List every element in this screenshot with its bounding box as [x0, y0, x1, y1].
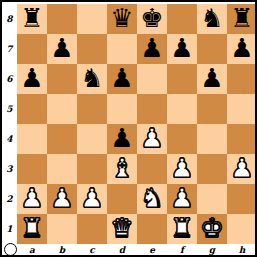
square-e3[interactable] — [137, 154, 167, 184]
square-e6[interactable] — [137, 64, 167, 94]
square-b6[interactable] — [47, 64, 77, 94]
square-f5[interactable] — [167, 94, 197, 124]
file-label-e: e — [137, 244, 167, 257]
piece-black-pawn[interactable]: ♟ — [50, 35, 73, 61]
piece-black-knight[interactable]: ♞ — [80, 65, 103, 91]
square-h6[interactable] — [227, 64, 257, 94]
square-d8[interactable]: ♛ — [107, 4, 137, 34]
square-g8[interactable]: ♞ — [197, 4, 227, 34]
rank-label-8: 8 — [2, 4, 17, 34]
piece-black-king[interactable]: ♚ — [140, 5, 163, 31]
square-c8[interactable] — [77, 4, 107, 34]
square-g4[interactable] — [197, 124, 227, 154]
piece-black-knight[interactable]: ♞ — [200, 5, 223, 31]
square-d6[interactable]: ♟ — [107, 64, 137, 94]
square-e2[interactable]: ♞ — [137, 184, 167, 214]
square-f3[interactable]: ♟ — [167, 154, 197, 184]
square-b3[interactable] — [47, 154, 77, 184]
square-c2[interactable]: ♟ — [77, 184, 107, 214]
side-to-move-indicator — [4, 243, 17, 256]
square-a7[interactable] — [17, 34, 47, 64]
piece-black-rook[interactable]: ♜ — [20, 5, 43, 31]
square-h4[interactable] — [227, 124, 257, 154]
square-b2[interactable]: ♟ — [47, 184, 77, 214]
rank-label-7: 7 — [2, 34, 17, 64]
piece-black-pawn[interactable]: ♟ — [110, 125, 133, 151]
piece-white-pawn[interactable]: ♟ — [20, 185, 43, 211]
file-label-g: g — [197, 244, 227, 257]
square-g7[interactable] — [197, 34, 227, 64]
file-label-h: h — [227, 244, 257, 257]
square-d3[interactable]: ♝ — [107, 154, 137, 184]
chess-board: ♜♛♚♞♜♟♟♟♟♟♞♟♟♟♟♝♟♟♟♟♟♞♟♜♛♜♚ — [17, 4, 257, 244]
chess-diagram: 87654321 ♜♛♚♞♜♟♟♟♟♟♞♟♟♟♟♝♟♟♟♟♟♞♟♜♛♜♚ abc… — [0, 0, 257, 257]
square-d4[interactable]: ♟ — [107, 124, 137, 154]
square-e7[interactable]: ♟ — [137, 34, 167, 64]
piece-black-pawn[interactable]: ♟ — [230, 35, 253, 61]
file-label-b: b — [47, 244, 77, 257]
square-c7[interactable] — [77, 34, 107, 64]
file-labels: abcdefgh — [17, 244, 257, 257]
piece-white-king[interactable]: ♚ — [200, 215, 223, 241]
square-e8[interactable]: ♚ — [137, 4, 167, 34]
square-d7[interactable] — [107, 34, 137, 64]
square-a1[interactable]: ♜ — [17, 214, 47, 244]
square-a3[interactable] — [17, 154, 47, 184]
square-h8[interactable]: ♜ — [227, 4, 257, 34]
piece-white-pawn[interactable]: ♟ — [80, 185, 103, 211]
piece-white-pawn[interactable]: ♟ — [140, 125, 163, 151]
file-label-a: a — [17, 244, 47, 257]
square-f4[interactable] — [167, 124, 197, 154]
square-c3[interactable] — [77, 154, 107, 184]
piece-black-queen[interactable]: ♛ — [110, 5, 133, 31]
square-b4[interactable] — [47, 124, 77, 154]
square-c5[interactable] — [77, 94, 107, 124]
square-a8[interactable]: ♜ — [17, 4, 47, 34]
file-label-c: c — [77, 244, 107, 257]
square-f8[interactable] — [167, 4, 197, 34]
rank-label-3: 3 — [2, 154, 17, 184]
square-a2[interactable]: ♟ — [17, 184, 47, 214]
square-g5[interactable] — [197, 94, 227, 124]
square-b7[interactable]: ♟ — [47, 34, 77, 64]
square-h3[interactable]: ♟ — [227, 154, 257, 184]
rank-label-2: 2 — [2, 184, 17, 214]
square-g6[interactable]: ♟ — [197, 64, 227, 94]
piece-black-pawn[interactable]: ♟ — [200, 65, 223, 91]
square-a4[interactable] — [17, 124, 47, 154]
square-e1[interactable] — [137, 214, 167, 244]
square-a6[interactable]: ♟ — [17, 64, 47, 94]
square-c6[interactable]: ♞ — [77, 64, 107, 94]
square-a5[interactable] — [17, 94, 47, 124]
square-b1[interactable] — [47, 214, 77, 244]
piece-white-pawn[interactable]: ♟ — [170, 185, 193, 211]
square-e5[interactable] — [137, 94, 167, 124]
piece-black-rook[interactable]: ♜ — [230, 5, 253, 31]
rank-label-5: 5 — [2, 94, 17, 124]
square-d1[interactable]: ♛ — [107, 214, 137, 244]
square-f6[interactable] — [167, 64, 197, 94]
square-f2[interactable]: ♟ — [167, 184, 197, 214]
square-h2[interactable] — [227, 184, 257, 214]
piece-black-pawn[interactable]: ♟ — [110, 65, 133, 91]
square-g1[interactable]: ♚ — [197, 214, 227, 244]
rank-label-1: 1 — [2, 214, 17, 244]
square-f7[interactable]: ♟ — [167, 34, 197, 64]
square-b5[interactable] — [47, 94, 77, 124]
square-g3[interactable] — [197, 154, 227, 184]
square-d2[interactable] — [107, 184, 137, 214]
square-g2[interactable] — [197, 184, 227, 214]
piece-black-pawn[interactable]: ♟ — [140, 35, 163, 61]
piece-white-rook[interactable]: ♜ — [20, 215, 43, 241]
square-c1[interactable] — [77, 214, 107, 244]
rank-label-6: 6 — [2, 64, 17, 94]
square-d5[interactable] — [107, 94, 137, 124]
rank-label-4: 4 — [2, 124, 17, 154]
piece-white-pawn[interactable]: ♟ — [50, 185, 73, 211]
square-b8[interactable] — [47, 4, 77, 34]
piece-white-rook[interactable]: ♜ — [170, 215, 193, 241]
square-e4[interactable]: ♟ — [137, 124, 167, 154]
piece-white-pawn[interactable]: ♟ — [170, 155, 193, 181]
piece-white-bishop[interactable]: ♝ — [110, 155, 133, 181]
file-label-f: f — [167, 244, 197, 257]
piece-black-pawn[interactable]: ♟ — [170, 35, 193, 61]
piece-white-knight[interactable]: ♞ — [140, 185, 163, 211]
rank-labels: 87654321 — [2, 4, 17, 244]
piece-white-pawn[interactable]: ♟ — [230, 155, 253, 181]
square-h1[interactable] — [227, 214, 257, 244]
square-c4[interactable] — [77, 124, 107, 154]
piece-black-pawn[interactable]: ♟ — [20, 65, 43, 91]
file-label-d: d — [107, 244, 137, 257]
piece-white-queen[interactable]: ♛ — [110, 215, 133, 241]
square-h7[interactable]: ♟ — [227, 34, 257, 64]
square-h5[interactable] — [227, 94, 257, 124]
square-f1[interactable]: ♜ — [167, 214, 197, 244]
